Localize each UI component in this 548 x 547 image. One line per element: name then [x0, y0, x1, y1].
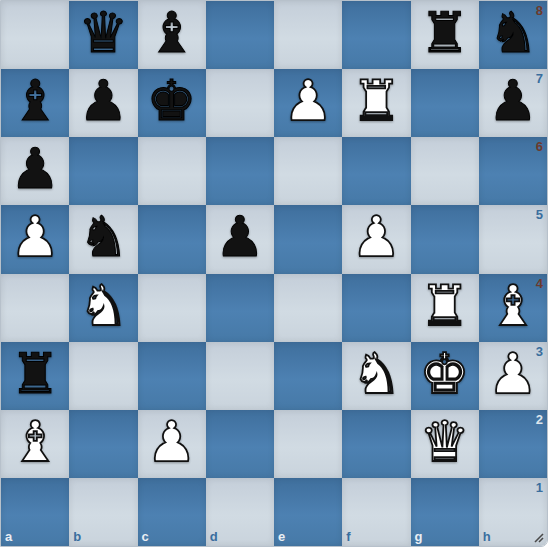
square-a2[interactable]: ♝ — [1, 410, 69, 478]
chess-board-window: ♛♝♜♞8♝♟♚♟♜♟7♟6♟♞♟♟5♞♜♝4♜♞♚♟3♝♟♛2abcdefgh… — [0, 0, 548, 547]
square-e7[interactable]: ♟ — [274, 69, 342, 137]
square-d3[interactable] — [206, 342, 274, 410]
file-label-f: f — [346, 530, 350, 543]
square-g4[interactable]: ♜ — [411, 274, 479, 342]
white-queen[interactable]: ♛ — [420, 414, 470, 470]
white-pawn[interactable]: ♟ — [488, 346, 538, 402]
square-b8[interactable]: ♛ — [69, 1, 137, 69]
square-g8[interactable]: ♜ — [411, 1, 479, 69]
square-c3[interactable] — [138, 342, 206, 410]
square-h8[interactable]: ♞8 — [479, 1, 547, 69]
square-e2[interactable] — [274, 410, 342, 478]
square-h5[interactable]: 5 — [479, 205, 547, 273]
square-f6[interactable] — [342, 137, 410, 205]
square-e4[interactable] — [274, 274, 342, 342]
rank-label-6: 6 — [536, 140, 543, 153]
white-rook[interactable]: ♜ — [351, 73, 401, 129]
square-e5[interactable] — [274, 205, 342, 273]
file-label-d: d — [210, 530, 218, 543]
square-f4[interactable] — [342, 274, 410, 342]
square-b7[interactable]: ♟ — [69, 69, 137, 137]
square-f5[interactable]: ♟ — [342, 205, 410, 273]
file-label-b: b — [73, 530, 81, 543]
file-label-g: g — [415, 530, 423, 543]
square-h7[interactable]: ♟7 — [479, 69, 547, 137]
square-e1[interactable]: e — [274, 478, 342, 546]
resize-handle-icon[interactable] — [531, 530, 544, 543]
square-b6[interactable] — [69, 137, 137, 205]
rank-label-7: 7 — [536, 72, 543, 85]
white-knight[interactable]: ♞ — [351, 346, 401, 402]
rank-label-8: 8 — [536, 4, 543, 17]
black-rook[interactable]: ♜ — [420, 5, 470, 61]
square-f1[interactable]: f — [342, 478, 410, 546]
square-g6[interactable] — [411, 137, 479, 205]
square-c8[interactable]: ♝ — [138, 1, 206, 69]
rank-label-1: 1 — [536, 481, 543, 494]
square-c6[interactable] — [138, 137, 206, 205]
square-a7[interactable]: ♝ — [1, 69, 69, 137]
square-g7[interactable] — [411, 69, 479, 137]
square-a6[interactable]: ♟ — [1, 137, 69, 205]
square-h2[interactable]: 2 — [479, 410, 547, 478]
square-e3[interactable] — [274, 342, 342, 410]
square-b1[interactable]: b — [69, 478, 137, 546]
square-b3[interactable] — [69, 342, 137, 410]
file-label-c: c — [142, 530, 149, 543]
square-a8[interactable] — [1, 1, 69, 69]
rank-label-4: 4 — [536, 277, 543, 290]
white-knight[interactable]: ♞ — [78, 278, 128, 334]
square-c1[interactable]: c — [138, 478, 206, 546]
square-h3[interactable]: ♟3 — [479, 342, 547, 410]
square-a3[interactable]: ♜ — [1, 342, 69, 410]
square-f7[interactable]: ♜ — [342, 69, 410, 137]
square-a1[interactable]: a — [1, 478, 69, 546]
black-pawn[interactable]: ♟ — [215, 209, 265, 265]
square-f8[interactable] — [342, 1, 410, 69]
rank-label-3: 3 — [536, 345, 543, 358]
square-e6[interactable] — [274, 137, 342, 205]
rank-label-2: 2 — [536, 413, 543, 426]
square-d8[interactable] — [206, 1, 274, 69]
square-g1[interactable]: g — [411, 478, 479, 546]
square-b5[interactable]: ♞ — [69, 205, 137, 273]
square-a4[interactable] — [1, 274, 69, 342]
white-bishop[interactable]: ♝ — [488, 278, 538, 334]
black-bishop[interactable]: ♝ — [10, 73, 60, 129]
file-label-h: h — [483, 530, 491, 543]
black-knight[interactable]: ♞ — [488, 5, 538, 61]
square-f3[interactable]: ♞ — [342, 342, 410, 410]
square-b4[interactable]: ♞ — [69, 274, 137, 342]
black-queen[interactable]: ♛ — [78, 5, 128, 61]
square-d7[interactable] — [206, 69, 274, 137]
square-h6[interactable]: 6 — [479, 137, 547, 205]
square-d1[interactable]: d — [206, 478, 274, 546]
square-d6[interactable] — [206, 137, 274, 205]
square-c7[interactable]: ♚ — [138, 69, 206, 137]
square-c5[interactable] — [138, 205, 206, 273]
black-pawn[interactable]: ♟ — [78, 73, 128, 129]
square-c2[interactable]: ♟ — [138, 410, 206, 478]
square-h4[interactable]: ♝4 — [479, 274, 547, 342]
chess-board: ♛♝♜♞8♝♟♚♟♜♟7♟6♟♞♟♟5♞♜♝4♜♞♚♟3♝♟♛2abcdefgh… — [1, 1, 547, 546]
file-label-e: e — [278, 530, 285, 543]
white-bishop[interactable]: ♝ — [10, 414, 60, 470]
square-g2[interactable]: ♛ — [411, 410, 479, 478]
white-pawn[interactable]: ♟ — [351, 209, 401, 265]
square-a5[interactable]: ♟ — [1, 205, 69, 273]
file-label-a: a — [5, 530, 12, 543]
black-king[interactable]: ♚ — [147, 73, 197, 129]
black-rook[interactable]: ♜ — [10, 346, 60, 402]
white-pawn[interactable]: ♟ — [147, 414, 197, 470]
square-d2[interactable] — [206, 410, 274, 478]
square-d5[interactable]: ♟ — [206, 205, 274, 273]
square-g5[interactable] — [411, 205, 479, 273]
black-bishop[interactable]: ♝ — [147, 5, 197, 61]
white-rook[interactable]: ♜ — [420, 278, 470, 334]
square-d4[interactable] — [206, 274, 274, 342]
square-f2[interactable] — [342, 410, 410, 478]
square-b2[interactable] — [69, 410, 137, 478]
rank-label-5: 5 — [536, 208, 543, 221]
white-pawn[interactable]: ♟ — [10, 209, 60, 265]
white-king[interactable]: ♚ — [420, 346, 470, 402]
black-pawn[interactable]: ♟ — [488, 73, 538, 129]
square-e8[interactable] — [274, 1, 342, 69]
black-knight[interactable]: ♞ — [78, 209, 128, 265]
white-pawn[interactable]: ♟ — [283, 73, 333, 129]
square-c4[interactable] — [138, 274, 206, 342]
black-pawn[interactable]: ♟ — [10, 141, 60, 197]
square-g3[interactable]: ♚ — [411, 342, 479, 410]
